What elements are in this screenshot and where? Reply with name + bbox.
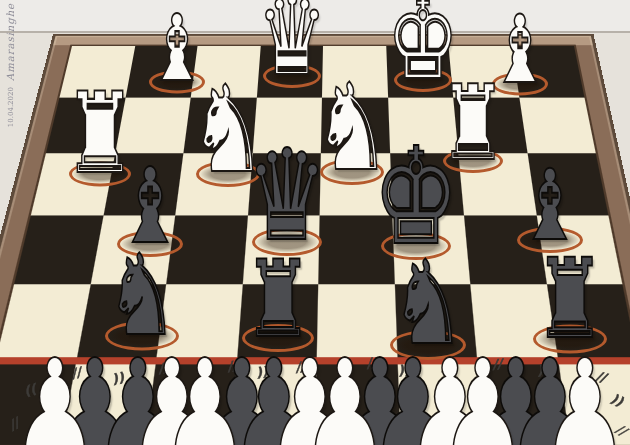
white-pawn[interactable]: ♟ [439,341,527,445]
white-pawn[interactable]: ♟ [161,341,249,445]
white-pawn[interactable]: ♟ [11,341,99,445]
white-pawn[interactable]: ♟ [301,341,389,445]
cartoon-chess-scene: ♝♛♚♝♜♞♞♜♝♛♚♝♞♜♞♜♟♟♟♟♟♟♟♟♟♟♟♟♟♟♟♟((////))… [0,0,630,445]
signature-name: Amarasinghe [5,3,16,81]
artist-signature: 10.04.2020 Amarasinghe [2,3,20,127]
signature-date: 10.04.2020 [7,87,15,127]
pieces-layer: ♝♛♚♝♜♞♞♜♝♛♚♝♞♜♞♜♟♟♟♟♟♟♟♟♟♟♟♟♟♟♟♟((////))… [0,0,630,445]
white-pawn[interactable]: ♟ [541,341,629,445]
